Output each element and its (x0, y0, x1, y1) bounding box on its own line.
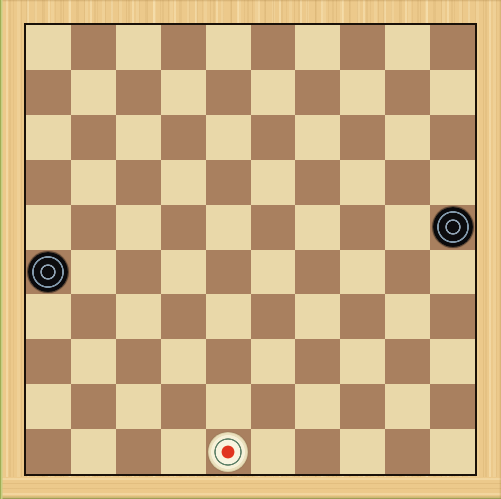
square-light-r4c10 (430, 160, 475, 205)
square-light-r8c2 (71, 339, 116, 384)
square-9[interactable] (295, 70, 340, 115)
square-light-r9c7 (295, 384, 340, 429)
black-man-piece[interactable] (433, 207, 473, 247)
square-21[interactable] (71, 205, 116, 250)
square-light-r3c5 (206, 115, 251, 160)
square-light-r6c4 (161, 250, 206, 295)
square-light-r2c10 (430, 70, 475, 115)
square-light-r2c8 (340, 70, 385, 115)
square-light-r7c5 (206, 294, 251, 339)
square-10[interactable] (385, 70, 430, 115)
square-20[interactable] (385, 160, 430, 205)
square-light-r1c1 (26, 25, 71, 70)
square-15[interactable] (430, 115, 475, 160)
square-light-r2c2 (71, 70, 116, 115)
square-light-r7c1 (26, 294, 71, 339)
square-37[interactable] (116, 339, 161, 384)
square-3[interactable] (251, 25, 296, 70)
square-4[interactable] (340, 25, 385, 70)
square-40[interactable] (385, 339, 430, 384)
square-light-r2c6 (251, 70, 296, 115)
square-6[interactable] (26, 70, 71, 115)
square-50[interactable] (385, 429, 430, 474)
square-44[interactable] (340, 384, 385, 429)
square-light-r5c1 (26, 205, 71, 250)
square-12[interactable] (161, 115, 206, 160)
square-14[interactable] (340, 115, 385, 160)
square-41[interactable] (71, 384, 116, 429)
square-32[interactable] (161, 294, 206, 339)
square-19[interactable] (295, 160, 340, 205)
frame-edge-left (0, 0, 3, 499)
square-24[interactable] (340, 205, 385, 250)
square-25[interactable] (430, 205, 475, 250)
square-light-r6c8 (340, 250, 385, 295)
square-light-r1c5 (206, 25, 251, 70)
square-light-r10c2 (71, 429, 116, 474)
square-2[interactable] (161, 25, 206, 70)
square-38[interactable] (206, 339, 251, 384)
square-45[interactable] (430, 384, 475, 429)
square-7[interactable] (116, 70, 161, 115)
square-light-r10c4 (161, 429, 206, 474)
square-46[interactable] (26, 429, 71, 474)
square-light-r7c3 (116, 294, 161, 339)
square-42[interactable] (161, 384, 206, 429)
frame-edge-top (0, 0, 501, 2)
checkers-game-window (0, 0, 501, 499)
square-light-r8c8 (340, 339, 385, 384)
square-39[interactable] (295, 339, 340, 384)
square-light-r2c4 (161, 70, 206, 115)
square-light-r1c3 (116, 25, 161, 70)
square-26[interactable] (26, 250, 71, 295)
square-light-r6c2 (71, 250, 116, 295)
square-light-r3c9 (385, 115, 430, 160)
square-8[interactable] (206, 70, 251, 115)
square-34[interactable] (340, 294, 385, 339)
square-13[interactable] (251, 115, 296, 160)
square-27[interactable] (116, 250, 161, 295)
square-29[interactable] (295, 250, 340, 295)
square-30[interactable] (385, 250, 430, 295)
square-light-r5c7 (295, 205, 340, 250)
square-28[interactable] (206, 250, 251, 295)
square-light-r8c10 (430, 339, 475, 384)
square-35[interactable] (430, 294, 475, 339)
square-light-r9c9 (385, 384, 430, 429)
square-light-r6c10 (430, 250, 475, 295)
square-light-r8c4 (161, 339, 206, 384)
square-light-r1c9 (385, 25, 430, 70)
square-1[interactable] (71, 25, 116, 70)
square-light-r9c1 (26, 384, 71, 429)
square-light-r5c5 (206, 205, 251, 250)
square-47[interactable] (116, 429, 161, 474)
square-5[interactable] (430, 25, 475, 70)
square-11[interactable] (71, 115, 116, 160)
square-light-r5c9 (385, 205, 430, 250)
square-48[interactable] (206, 429, 251, 474)
square-light-r8c6 (251, 339, 296, 384)
square-33[interactable] (251, 294, 296, 339)
square-light-r6c6 (251, 250, 296, 295)
square-light-r9c3 (116, 384, 161, 429)
square-23[interactable] (251, 205, 296, 250)
square-light-r3c1 (26, 115, 71, 160)
square-light-r3c3 (116, 115, 161, 160)
square-light-r4c6 (251, 160, 296, 205)
square-18[interactable] (206, 160, 251, 205)
square-light-r10c10 (430, 429, 475, 474)
board (24, 23, 477, 476)
square-31[interactable] (71, 294, 116, 339)
square-22[interactable] (161, 205, 206, 250)
square-light-r7c9 (385, 294, 430, 339)
square-43[interactable] (251, 384, 296, 429)
square-49[interactable] (295, 429, 340, 474)
square-light-r10c8 (340, 429, 385, 474)
square-17[interactable] (116, 160, 161, 205)
square-light-r3c7 (295, 115, 340, 160)
square-36[interactable] (26, 339, 71, 384)
white-man-piece[interactable] (208, 432, 248, 472)
square-light-r9c5 (206, 384, 251, 429)
square-light-r10c6 (251, 429, 296, 474)
square-light-r4c8 (340, 160, 385, 205)
square-16[interactable] (26, 160, 71, 205)
square-light-r7c7 (295, 294, 340, 339)
square-light-r4c2 (71, 160, 116, 205)
black-man-piece[interactable] (28, 252, 68, 292)
square-light-r1c7 (295, 25, 340, 70)
square-light-r4c4 (161, 160, 206, 205)
square-light-r5c3 (116, 205, 161, 250)
